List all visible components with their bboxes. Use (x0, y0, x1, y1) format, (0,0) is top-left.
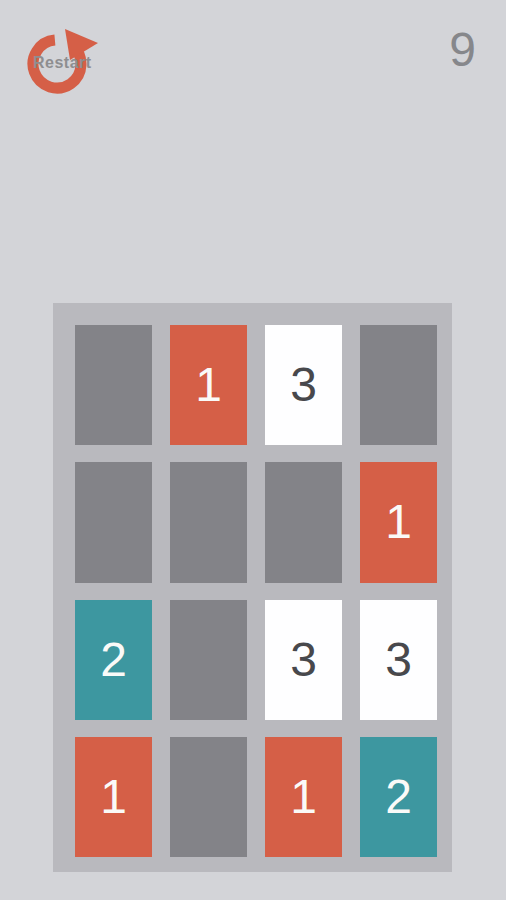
game-board-grid[interactable]: 131233112 (53, 303, 452, 872)
cell-empty[interactable] (360, 325, 437, 445)
cell-empty[interactable] (170, 600, 247, 720)
cell-empty[interactable] (75, 325, 152, 445)
cell-empty[interactable] (170, 462, 247, 582)
move-counter: 9 (449, 26, 476, 74)
restart-button-label: Restart (33, 54, 92, 72)
tile-3[interactable]: 3 (265, 325, 342, 445)
tile-1[interactable]: 1 (170, 325, 247, 445)
cell-empty[interactable] (75, 462, 152, 582)
tile-3[interactable]: 3 (265, 600, 342, 720)
tile-1[interactable]: 1 (360, 462, 437, 582)
cell-empty[interactable] (170, 737, 247, 857)
restart-button[interactable]: Restart (26, 28, 106, 102)
tile-3[interactable]: 3 (360, 600, 437, 720)
tile-2[interactable]: 2 (360, 737, 437, 857)
cell-empty[interactable] (265, 462, 342, 582)
tile-2[interactable]: 2 (75, 600, 152, 720)
tile-1[interactable]: 1 (75, 737, 152, 857)
tile-1[interactable]: 1 (265, 737, 342, 857)
